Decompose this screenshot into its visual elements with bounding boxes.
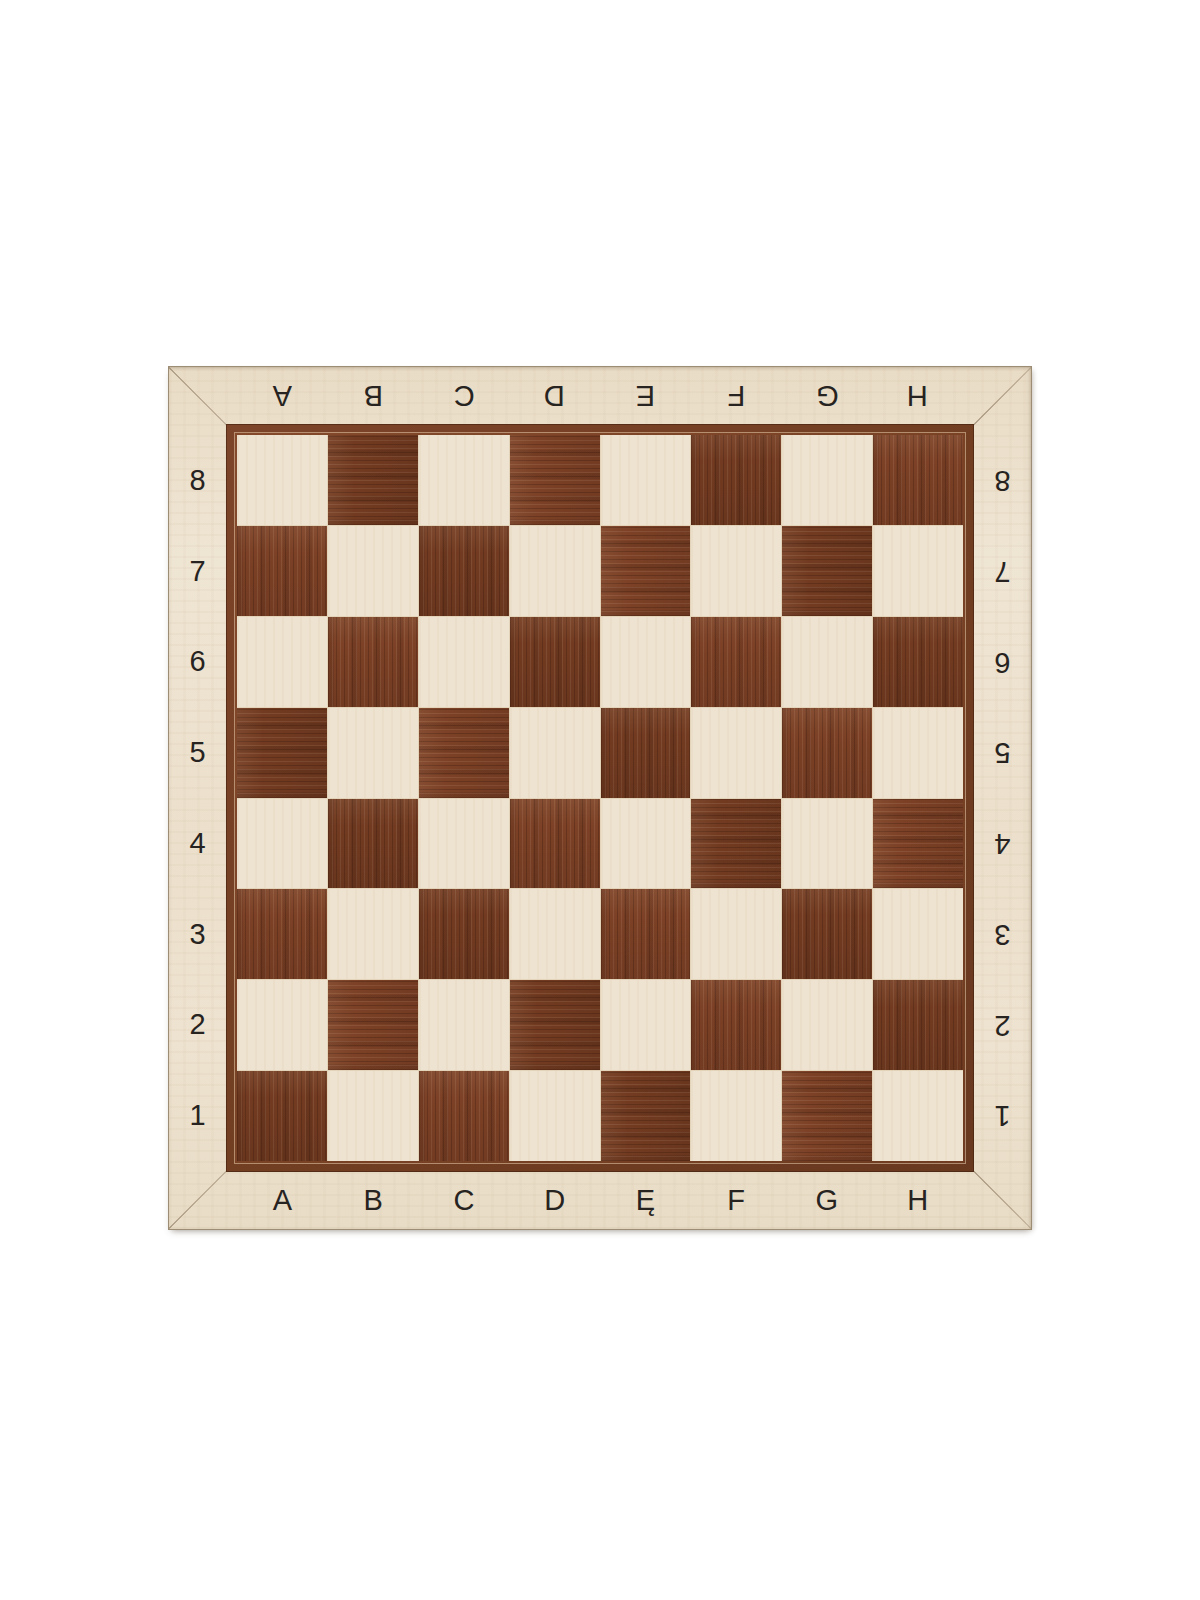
square-b6 (328, 617, 418, 707)
square-g2 (782, 980, 872, 1070)
file-top-label-a: A (237, 367, 328, 424)
square-f4 (691, 799, 781, 889)
square-d2 (510, 980, 600, 1070)
square-d3 (510, 889, 600, 979)
rank-left-label-2: 2 (169, 980, 226, 1071)
file-bottom-label-h: H (872, 1172, 963, 1229)
file-bottom-label-ę: Ę (600, 1172, 691, 1229)
square-a3 (237, 889, 327, 979)
square-e2 (601, 980, 691, 1070)
rank-right-label-8: 8 (974, 435, 1031, 526)
square-d8 (510, 435, 600, 525)
square-b8 (328, 435, 418, 525)
square-e3 (601, 889, 691, 979)
square-h2 (873, 980, 963, 1070)
square-d5 (510, 708, 600, 798)
square-b2 (328, 980, 418, 1070)
square-h4 (873, 799, 963, 889)
square-f3 (691, 889, 781, 979)
square-g8 (782, 435, 872, 525)
square-f2 (691, 980, 781, 1070)
rank-left-label-7: 7 (169, 526, 226, 617)
square-d4 (510, 799, 600, 889)
file-labels-bottom: ABCDĘFGH (237, 1172, 963, 1229)
square-c2 (419, 980, 509, 1070)
square-f8 (691, 435, 781, 525)
rank-right-label-5: 5 (974, 707, 1031, 798)
rank-left-label-1: 1 (169, 1070, 226, 1161)
square-h3 (873, 889, 963, 979)
square-b3 (328, 889, 418, 979)
square-e4 (601, 799, 691, 889)
square-f7 (691, 526, 781, 616)
square-a4 (237, 799, 327, 889)
square-g6 (782, 617, 872, 707)
square-a8 (237, 435, 327, 525)
square-a5 (237, 708, 327, 798)
rank-left-label-8: 8 (169, 435, 226, 526)
square-c7 (419, 526, 509, 616)
square-e1 (601, 1071, 691, 1161)
rank-right-label-1: 1 (974, 1070, 1031, 1161)
square-d7 (510, 526, 600, 616)
square-d1 (510, 1071, 600, 1161)
file-top-label-f: F (691, 367, 782, 424)
file-top-label-h: H (872, 367, 963, 424)
file-top-label-b: B (328, 367, 419, 424)
file-top-label-c: C (419, 367, 510, 424)
file-bottom-label-f: F (691, 1172, 782, 1229)
square-a6 (237, 617, 327, 707)
square-h7 (873, 526, 963, 616)
square-a1 (237, 1071, 327, 1161)
rank-right-label-3: 3 (974, 889, 1031, 980)
square-c1 (419, 1071, 509, 1161)
rank-left-label-3: 3 (169, 889, 226, 980)
square-g1 (782, 1071, 872, 1161)
square-c5 (419, 708, 509, 798)
square-b5 (328, 708, 418, 798)
file-labels-top: ABCDEFGH (237, 367, 963, 424)
file-bottom-label-g: G (782, 1172, 873, 1229)
chess-board: ABCDEFGH ABCDĘFGH 87654321 87654321 (168, 366, 1032, 1230)
square-f6 (691, 617, 781, 707)
square-b4 (328, 799, 418, 889)
file-bottom-label-b: B (328, 1172, 419, 1229)
square-h8 (873, 435, 963, 525)
file-top-label-e: E (600, 367, 691, 424)
square-c6 (419, 617, 509, 707)
rank-right-label-2: 2 (974, 980, 1031, 1071)
square-e5 (601, 708, 691, 798)
square-c4 (419, 799, 509, 889)
square-h1 (873, 1071, 963, 1161)
playing-field (237, 435, 963, 1161)
rank-labels-right: 87654321 (974, 435, 1031, 1161)
square-e8 (601, 435, 691, 525)
file-bottom-label-c: C (419, 1172, 510, 1229)
square-b7 (328, 526, 418, 616)
square-f5 (691, 708, 781, 798)
square-c8 (419, 435, 509, 525)
rank-right-label-6: 6 (974, 617, 1031, 708)
rank-left-label-6: 6 (169, 617, 226, 708)
square-h5 (873, 708, 963, 798)
rank-right-label-4: 4 (974, 798, 1031, 889)
square-e6 (601, 617, 691, 707)
rank-left-label-4: 4 (169, 798, 226, 889)
square-g7 (782, 526, 872, 616)
square-b1 (328, 1071, 418, 1161)
rank-left-label-5: 5 (169, 707, 226, 798)
square-h6 (873, 617, 963, 707)
square-g3 (782, 889, 872, 979)
file-top-label-d: D (509, 367, 600, 424)
file-bottom-label-a: A (237, 1172, 328, 1229)
rank-labels-left: 87654321 (169, 435, 226, 1161)
square-a2 (237, 980, 327, 1070)
square-f1 (691, 1071, 781, 1161)
square-g5 (782, 708, 872, 798)
file-bottom-label-d: D (509, 1172, 600, 1229)
file-top-label-g: G (782, 367, 873, 424)
square-e7 (601, 526, 691, 616)
square-c3 (419, 889, 509, 979)
rank-right-label-7: 7 (974, 526, 1031, 617)
square-g4 (782, 799, 872, 889)
product-photo-background: ABCDEFGH ABCDĘFGH 87654321 87654321 (0, 0, 1200, 1600)
square-a7 (237, 526, 327, 616)
square-d6 (510, 617, 600, 707)
